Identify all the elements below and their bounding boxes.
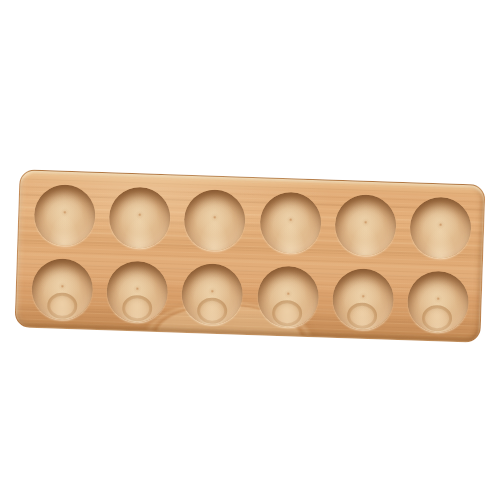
pit-bottom-1[interactable] bbox=[31, 257, 94, 320]
pit-cell bbox=[99, 253, 177, 329]
pit-cell bbox=[24, 251, 102, 327]
pit-top-4[interactable] bbox=[259, 191, 322, 254]
pit-cell bbox=[176, 182, 254, 258]
pit-top-1[interactable] bbox=[33, 183, 96, 246]
pit-top-6[interactable] bbox=[409, 196, 472, 259]
pit-cell bbox=[402, 189, 480, 265]
pit-bowl-bottom bbox=[197, 298, 228, 325]
pit-bottom-2[interactable] bbox=[106, 260, 169, 323]
pit-bottom-6[interactable] bbox=[407, 270, 470, 333]
pit-top-3[interactable] bbox=[184, 188, 247, 251]
pit-cell bbox=[249, 258, 327, 334]
pit-cell bbox=[327, 187, 405, 263]
pit-bowl-bottom bbox=[46, 293, 77, 320]
pit-cell bbox=[399, 263, 477, 339]
pit-bowl-bottom bbox=[347, 303, 378, 330]
pit-bowl-bottom bbox=[422, 305, 453, 332]
pit-cell bbox=[174, 256, 252, 332]
pit-cell bbox=[26, 177, 104, 253]
pit-top-2[interactable] bbox=[108, 186, 171, 249]
pit-cell bbox=[251, 184, 329, 260]
pit-bowl-bottom bbox=[272, 300, 303, 327]
pit-bottom-5[interactable] bbox=[331, 267, 394, 330]
pit-top-5[interactable] bbox=[334, 193, 397, 256]
pit-bottom-3[interactable] bbox=[181, 262, 244, 325]
pit-grid bbox=[24, 177, 480, 340]
pit-bottom-4[interactable] bbox=[256, 265, 319, 328]
pit-bowl-bottom bbox=[122, 295, 153, 322]
pit-cell bbox=[101, 179, 179, 255]
mancala-board bbox=[15, 169, 486, 342]
product-photo-scene bbox=[0, 0, 500, 500]
pit-cell bbox=[324, 261, 402, 337]
